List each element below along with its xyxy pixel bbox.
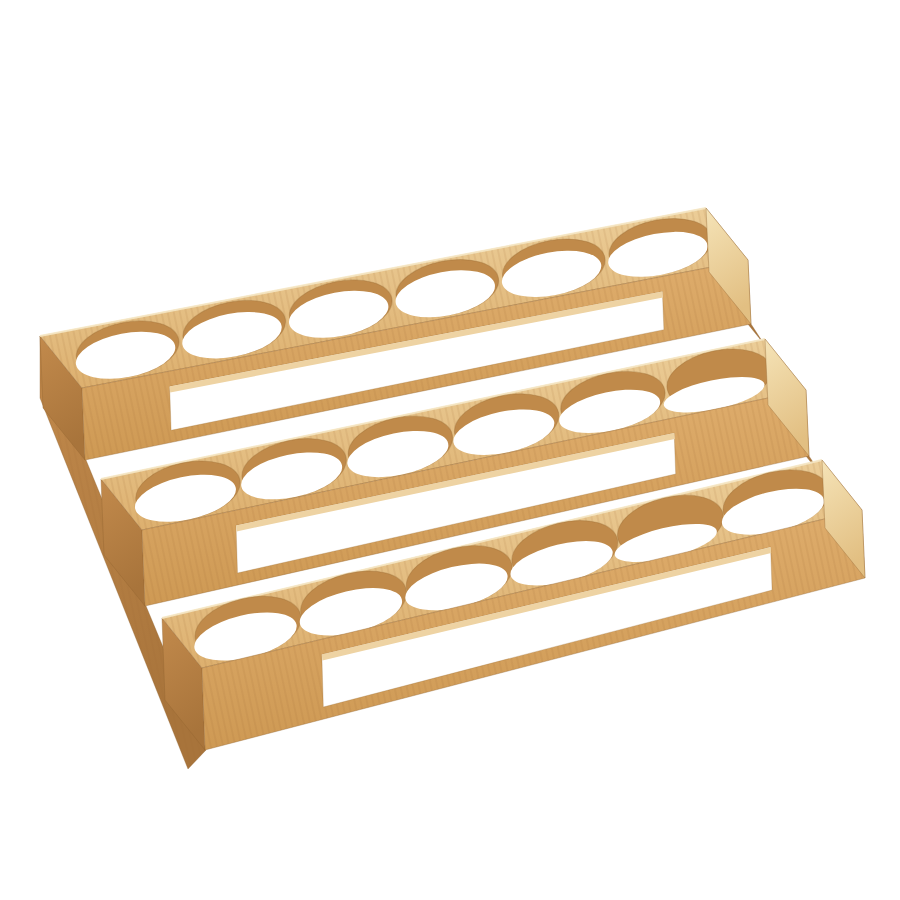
bamboo-rack-illustration — [0, 0, 900, 900]
product-photo — [0, 0, 900, 900]
